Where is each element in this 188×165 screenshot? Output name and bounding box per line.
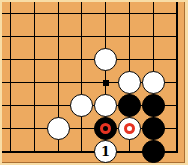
white-stone — [94, 94, 117, 117]
circle-marker — [100, 123, 111, 134]
black-stone — [94, 117, 117, 140]
white-stone — [142, 71, 165, 94]
white-stone — [70, 94, 93, 117]
go-board: 1 — [2, 2, 185, 163]
circle-marker — [124, 123, 135, 134]
black-stone — [142, 140, 165, 163]
white-stone: 1 — [94, 140, 117, 163]
grid-line-h — [2, 36, 178, 37]
grid-line-h — [2, 59, 178, 60]
stone-label: 1 — [101, 145, 110, 158]
hoshi-marker — [103, 80, 109, 86]
white-stone — [47, 117, 70, 140]
board-edge-line-right — [176, 2, 178, 153]
white-stone — [118, 117, 141, 140]
grid-line-h — [2, 13, 178, 14]
black-stone — [118, 94, 141, 117]
white-stone — [118, 71, 141, 94]
grid-line-v — [34, 2, 35, 153]
grid-line-v — [81, 2, 82, 153]
black-stone — [142, 94, 165, 117]
white-stone — [94, 48, 117, 71]
black-stone — [142, 117, 165, 140]
diagram-frame: 1 — [0, 0, 188, 165]
grid-line-v — [10, 2, 11, 153]
